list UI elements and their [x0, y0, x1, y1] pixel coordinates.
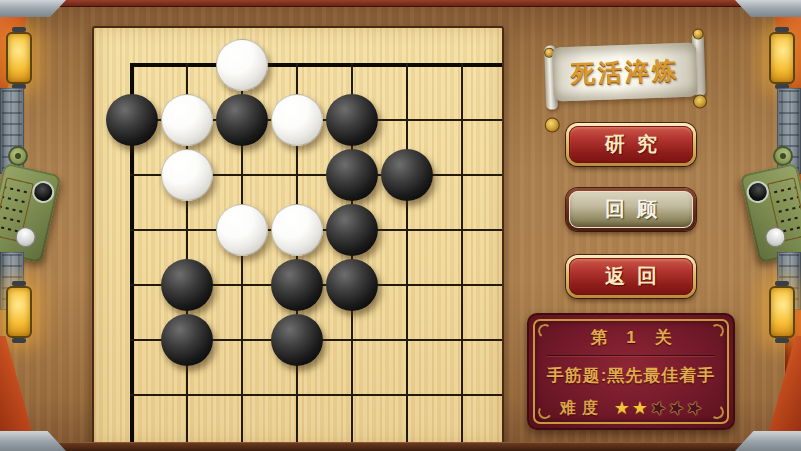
scroll-finial — [693, 94, 707, 108]
level-info-panel: 第 1 关 手筋题:黑先最佳着手 难度 ★★★★★ — [527, 313, 735, 430]
title-scroll-banner: 死活淬炼 — [542, 30, 709, 118]
review-button[interactable]: 回顾 — [566, 188, 696, 231]
lantern-icon — [6, 32, 32, 84]
stone-white[interactable] — [161, 149, 213, 201]
left-decor-column — [0, 0, 90, 451]
mini-go-set — [740, 163, 801, 264]
star-filled-icon: ★ — [614, 399, 630, 417]
stone-black[interactable] — [326, 259, 378, 311]
stone-black[interactable] — [271, 314, 323, 366]
stone-black[interactable] — [161, 259, 213, 311]
star-empty-icon: ★ — [666, 397, 687, 419]
stone-black[interactable] — [326, 204, 378, 256]
page-title: 死活淬炼 — [570, 54, 679, 90]
study-button[interactable]: 研究 — [566, 123, 696, 166]
lantern-icon — [769, 32, 795, 84]
bronze-knob — [8, 146, 28, 166]
stone-white[interactable] — [216, 204, 268, 256]
stone-white[interactable] — [216, 39, 268, 91]
problem-description: 手筋题:黑先最佳着手 — [539, 357, 723, 395]
go-stone-bowl — [30, 179, 56, 205]
stone-black[interactable] — [326, 94, 378, 146]
bottom-frame-bar — [0, 442, 801, 451]
pavilion-roof — [0, 336, 32, 432]
review-button-label: 回顾 — [593, 196, 669, 223]
stone-black[interactable] — [106, 94, 158, 146]
difficulty-stars: ★★★★★ — [614, 399, 703, 417]
difficulty-label: 难度 — [560, 398, 604, 419]
back-button-label: 返回 — [593, 263, 669, 290]
stone-black[interactable] — [381, 149, 433, 201]
mini-go-set — [0, 163, 61, 264]
stone-black[interactable] — [271, 259, 323, 311]
star-filled-icon: ★ — [632, 399, 648, 417]
stone-white[interactable] — [271, 204, 323, 256]
lantern-icon — [769, 286, 795, 338]
stone-black[interactable] — [216, 94, 268, 146]
stone-white[interactable] — [271, 94, 323, 146]
level-number: 第 1 关 — [539, 321, 723, 355]
star-empty-icon: ★ — [684, 397, 705, 419]
study-button-label: 研究 — [593, 131, 669, 158]
top-frame-bar — [0, 0, 801, 7]
stone-black[interactable] — [161, 314, 213, 366]
stones-layer — [94, 28, 502, 445]
stone-black[interactable] — [326, 149, 378, 201]
scroll-paper: 死活淬炼 — [552, 43, 698, 102]
go-board[interactable] — [92, 26, 504, 447]
back-button[interactable]: 返回 — [566, 255, 696, 298]
lantern-icon — [6, 286, 32, 338]
stone-white[interactable] — [161, 94, 213, 146]
scroll-finial — [692, 28, 703, 39]
star-empty-icon: ★ — [648, 397, 669, 419]
